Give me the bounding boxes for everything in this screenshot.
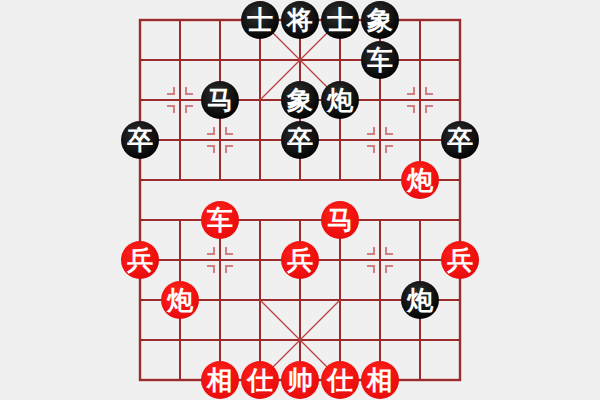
point-marker (385, 127, 393, 135)
piece-red-soldier[interactable]: 兵 (281, 241, 319, 279)
piece-red-advisor[interactable]: 仕 (241, 361, 279, 399)
point-marker (367, 265, 375, 273)
piece-red-cannon[interactable]: 炮 (401, 161, 439, 199)
point-marker (207, 145, 215, 153)
point-marker (225, 247, 233, 255)
piece-red-soldier[interactable]: 兵 (441, 241, 479, 279)
xiangqi-board[interactable]: 士将士象车马象炮卒卒卒炮车马兵兵兵炮炮相仕帅仕相 (0, 0, 600, 400)
piece-red-horse[interactable]: 马 (321, 201, 359, 239)
point-marker (167, 87, 175, 95)
board-grid (0, 0, 600, 400)
point-marker (407, 87, 415, 95)
piece-black-soldier[interactable]: 卒 (441, 121, 479, 159)
point-marker (385, 265, 393, 273)
point-marker (367, 247, 375, 255)
point-marker (385, 145, 393, 153)
piece-black-advisor[interactable]: 士 (321, 1, 359, 39)
point-marker (207, 127, 215, 135)
point-marker (367, 127, 375, 135)
piece-red-advisor[interactable]: 仕 (321, 361, 359, 399)
point-marker (225, 265, 233, 273)
point-marker (385, 247, 393, 255)
piece-black-elephant[interactable]: 象 (281, 81, 319, 119)
piece-black-horse[interactable]: 马 (201, 81, 239, 119)
point-marker (225, 145, 233, 153)
point-marker (425, 105, 433, 113)
point-marker (207, 265, 215, 273)
piece-black-cannon[interactable]: 炮 (401, 281, 439, 319)
piece-red-chariot[interactable]: 车 (201, 201, 239, 239)
piece-red-elephant[interactable]: 相 (361, 361, 399, 399)
piece-black-elephant[interactable]: 象 (361, 1, 399, 39)
piece-red-soldier[interactable]: 兵 (121, 241, 159, 279)
point-marker (407, 105, 415, 113)
point-marker (225, 127, 233, 135)
point-marker (167, 105, 175, 113)
piece-black-soldier[interactable]: 卒 (281, 121, 319, 159)
piece-red-cannon[interactable]: 炮 (161, 281, 199, 319)
piece-black-cannon[interactable]: 炮 (321, 81, 359, 119)
piece-red-elephant[interactable]: 相 (201, 361, 239, 399)
piece-black-chariot[interactable]: 车 (361, 41, 399, 79)
point-marker (185, 105, 193, 113)
piece-black-general[interactable]: 将 (281, 1, 319, 39)
piece-red-general[interactable]: 帅 (281, 361, 319, 399)
point-marker (207, 247, 215, 255)
point-marker (367, 145, 375, 153)
point-marker (425, 87, 433, 95)
piece-black-soldier[interactable]: 卒 (121, 121, 159, 159)
piece-black-advisor[interactable]: 士 (241, 1, 279, 39)
point-marker (185, 87, 193, 95)
